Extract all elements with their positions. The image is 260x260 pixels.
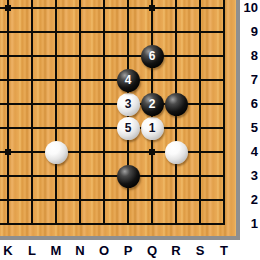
column-label-Q: Q	[142, 243, 162, 259]
row-label-6: 6	[240, 96, 258, 112]
grid-line-column-O	[103, 0, 105, 225]
grid-line-column-S	[199, 0, 201, 225]
row-label-8: 8	[240, 48, 258, 64]
row-label-5: 5	[240, 120, 258, 136]
stone-white-P6[interactable]: 3	[117, 93, 140, 116]
star-point-Q4	[149, 149, 155, 155]
star-point-K10	[5, 5, 11, 11]
column-label-S: S	[190, 243, 210, 259]
column-label-N: N	[70, 243, 90, 259]
go-board[interactable]: 123456	[0, 0, 236, 236]
go-board-screenshot: 123456 10987654321KLMNOPQRST	[0, 0, 260, 260]
grid-line-column-T	[223, 0, 225, 225]
grid-line-row-10	[0, 7, 225, 9]
star-point-Q10	[149, 5, 155, 11]
row-label-4: 4	[240, 144, 258, 160]
stone-black-P3[interactable]	[117, 165, 140, 188]
row-label-7: 7	[240, 72, 258, 88]
column-label-T: T	[214, 243, 234, 259]
row-label-3: 3	[240, 168, 258, 184]
stone-white-R4[interactable]	[165, 141, 188, 164]
stone-black-Q8[interactable]: 6	[141, 45, 164, 68]
grid-line-row-5	[0, 127, 225, 129]
row-label-10: 10	[240, 0, 258, 16]
stone-move-number: 5	[125, 122, 132, 134]
column-label-M: M	[46, 243, 66, 259]
column-label-K: K	[0, 243, 18, 259]
board-frame: 123456	[0, 0, 240, 240]
stone-move-number: 6	[149, 50, 156, 62]
stone-white-P5[interactable]: 5	[117, 117, 140, 140]
stone-move-number: 3	[125, 98, 132, 110]
grid-line-row-3	[0, 175, 225, 177]
row-label-2: 2	[240, 192, 258, 208]
stone-white-Q5[interactable]: 1	[141, 117, 164, 140]
column-label-R: R	[166, 243, 186, 259]
column-label-P: P	[118, 243, 138, 259]
star-point-K4	[5, 149, 11, 155]
column-label-L: L	[22, 243, 42, 259]
column-label-O: O	[94, 243, 114, 259]
row-label-1: 1	[240, 216, 258, 232]
grid-line-column-K	[7, 0, 9, 225]
stone-move-number: 2	[149, 98, 156, 110]
grid-line-row-7	[0, 79, 225, 81]
grid-line-row-6	[0, 103, 225, 105]
stone-move-number: 1	[149, 122, 156, 134]
grid-line-row-9	[0, 31, 225, 33]
stone-move-number: 4	[125, 74, 132, 86]
grid-line-column-N	[79, 0, 81, 225]
row-label-9: 9	[240, 24, 258, 40]
stone-black-R6[interactable]	[165, 93, 188, 116]
grid-line-row-1	[0, 223, 225, 225]
grid-line-column-L	[31, 0, 33, 225]
grid-line-row-4	[0, 151, 225, 153]
grid-line-row-2	[0, 199, 225, 201]
stone-black-P7[interactable]: 4	[117, 69, 140, 92]
grid-line-column-M	[55, 0, 57, 225]
stone-white-M4[interactable]	[45, 141, 68, 164]
stone-black-Q6[interactable]: 2	[141, 93, 164, 116]
grid-line-row-8	[0, 55, 225, 57]
